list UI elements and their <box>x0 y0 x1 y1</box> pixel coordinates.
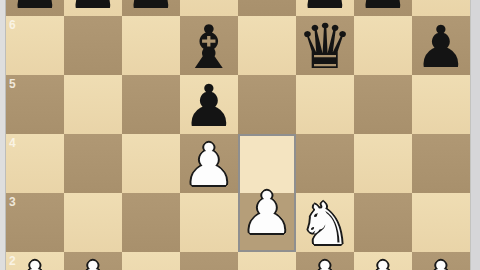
square-c3[interactable] <box>122 193 180 252</box>
square-h3[interactable] <box>412 193 470 252</box>
square-d4[interactable]: ♟ <box>180 134 238 193</box>
square-d5[interactable]: ♟ <box>180 75 238 134</box>
letterbox-right <box>470 0 480 270</box>
square-a2[interactable]: 2♟ <box>6 252 64 270</box>
square-b3[interactable] <box>64 193 122 252</box>
square-g6[interactable] <box>354 16 412 75</box>
white-knight-f3[interactable]: ♞ <box>299 195 351 253</box>
square-c2[interactable] <box>122 252 180 270</box>
square-f4[interactable] <box>296 134 354 193</box>
video-frame: ♟♟♟♟♟6♝♛♟5♟4♟3♟♞2♟♟♟♟♟ <box>0 0 480 270</box>
rank-label-6: 6 <box>9 19 16 31</box>
square-d6[interactable]: ♝ <box>180 16 238 75</box>
square-g3[interactable] <box>354 193 412 252</box>
chess-board[interactable]: ♟♟♟♟♟6♝♛♟5♟4♟3♟♞2♟♟♟♟♟ <box>6 0 470 270</box>
white-pawn-b2[interactable]: ♟ <box>67 254 119 270</box>
black-pawn-c7[interactable]: ♟ <box>125 0 177 17</box>
white-pawn-g2[interactable]: ♟ <box>357 254 409 270</box>
square-e5[interactable] <box>238 75 296 134</box>
square-e6[interactable] <box>238 16 296 75</box>
white-pawn-a2[interactable]: ♟ <box>9 254 61 270</box>
square-g5[interactable] <box>354 75 412 134</box>
white-pawn-e3[interactable]: ♟ <box>241 184 293 242</box>
square-b6[interactable] <box>64 16 122 75</box>
square-h4[interactable] <box>412 134 470 193</box>
square-d2[interactable] <box>180 252 238 270</box>
square-g7[interactable]: ♟ <box>354 0 412 16</box>
black-pawn-a7[interactable]: ♟ <box>9 0 61 17</box>
black-pawn-d5[interactable]: ♟ <box>183 77 235 135</box>
white-pawn-f2[interactable]: ♟ <box>299 254 351 270</box>
square-h5[interactable] <box>412 75 470 134</box>
black-pawn-h6[interactable]: ♟ <box>415 18 467 76</box>
square-g4[interactable] <box>354 134 412 193</box>
black-pawn-b7[interactable]: ♟ <box>67 0 119 17</box>
square-e7[interactable] <box>238 0 296 16</box>
square-e3[interactable]: ♟ <box>238 193 296 252</box>
square-a3[interactable]: 3 <box>6 193 64 252</box>
black-pawn-g7[interactable]: ♟ <box>357 0 409 17</box>
square-a4[interactable]: 4 <box>6 134 64 193</box>
white-pawn-d4[interactable]: ♟ <box>183 136 235 194</box>
square-b5[interactable] <box>64 75 122 134</box>
square-g2[interactable]: ♟ <box>354 252 412 270</box>
square-b7[interactable]: ♟ <box>64 0 122 16</box>
square-e2[interactable] <box>238 252 296 270</box>
rank-label-4: 4 <box>9 137 16 149</box>
rank-label-3: 3 <box>9 196 16 208</box>
square-c7[interactable]: ♟ <box>122 0 180 16</box>
square-c4[interactable] <box>122 134 180 193</box>
square-c6[interactable] <box>122 16 180 75</box>
white-pawn-h2[interactable]: ♟ <box>415 254 467 270</box>
black-queen-f6[interactable]: ♛ <box>297 16 353 78</box>
square-f2[interactable]: ♟ <box>296 252 354 270</box>
square-a7[interactable]: ♟ <box>6 0 64 16</box>
square-h2[interactable]: ♟ <box>412 252 470 270</box>
square-a5[interactable]: 5 <box>6 75 64 134</box>
square-b4[interactable] <box>64 134 122 193</box>
square-d3[interactable] <box>180 193 238 252</box>
square-b2[interactable]: ♟ <box>64 252 122 270</box>
square-f3[interactable]: ♞ <box>296 193 354 252</box>
square-f6[interactable]: ♛ <box>296 16 354 75</box>
square-a6[interactable]: 6 <box>6 16 64 75</box>
rank-label-5: 5 <box>9 78 16 90</box>
black-bishop-d6[interactable]: ♝ <box>182 17 236 77</box>
square-f5[interactable] <box>296 75 354 134</box>
square-h6[interactable]: ♟ <box>412 16 470 75</box>
square-c5[interactable] <box>122 75 180 134</box>
